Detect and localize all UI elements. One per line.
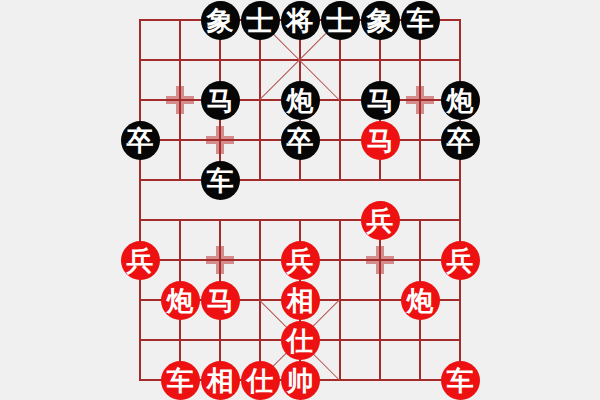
piece-black-soldier[interactable]: 卒: [441, 121, 480, 160]
piece-red-cannon[interactable]: 炮: [161, 281, 200, 320]
piece-red-advisor[interactable]: 仕: [241, 361, 280, 400]
piece-red-soldier[interactable]: 兵: [361, 201, 400, 240]
piece-black-soldier[interactable]: 卒: [121, 121, 160, 160]
piece-black-advisor[interactable]: 士: [321, 1, 360, 40]
piece-black-horse[interactable]: 马: [201, 81, 240, 120]
piece-red-general[interactable]: 帅: [281, 361, 320, 400]
piece-red-horse[interactable]: 马: [361, 121, 400, 160]
piece-black-cannon[interactable]: 炮: [281, 81, 320, 120]
piece-red-elephant[interactable]: 相: [281, 281, 320, 320]
piece-red-soldier[interactable]: 兵: [441, 241, 480, 280]
piece-red-horse[interactable]: 马: [201, 281, 240, 320]
piece-black-general[interactable]: 将: [281, 1, 320, 40]
piece-red-chariot[interactable]: 车: [441, 361, 480, 400]
piece-red-soldier[interactable]: 兵: [121, 241, 160, 280]
piece-black-horse[interactable]: 马: [361, 81, 400, 120]
piece-black-advisor[interactable]: 士: [241, 1, 280, 40]
piece-red-elephant[interactable]: 相: [201, 361, 240, 400]
piece-black-elephant[interactable]: 象: [201, 1, 240, 40]
piece-red-cannon[interactable]: 炮: [401, 281, 440, 320]
xiangqi-board: 象士将士象车马炮马炮卒卒马卒车兵兵兵兵炮马相炮仕车相仕帅车: [0, 0, 600, 400]
piece-red-advisor[interactable]: 仕: [281, 321, 320, 360]
piece-black-cannon[interactable]: 炮: [441, 81, 480, 120]
piece-red-chariot[interactable]: 车: [161, 361, 200, 400]
pieces-layer: 象士将士象车马炮马炮卒卒马卒车兵兵兵兵炮马相炮仕车相仕帅车: [120, 0, 480, 400]
piece-red-soldier[interactable]: 兵: [281, 241, 320, 280]
piece-black-chariot[interactable]: 车: [401, 1, 440, 40]
piece-black-soldier[interactable]: 卒: [281, 121, 320, 160]
piece-black-chariot[interactable]: 车: [201, 161, 240, 200]
piece-black-elephant[interactable]: 象: [361, 1, 400, 40]
